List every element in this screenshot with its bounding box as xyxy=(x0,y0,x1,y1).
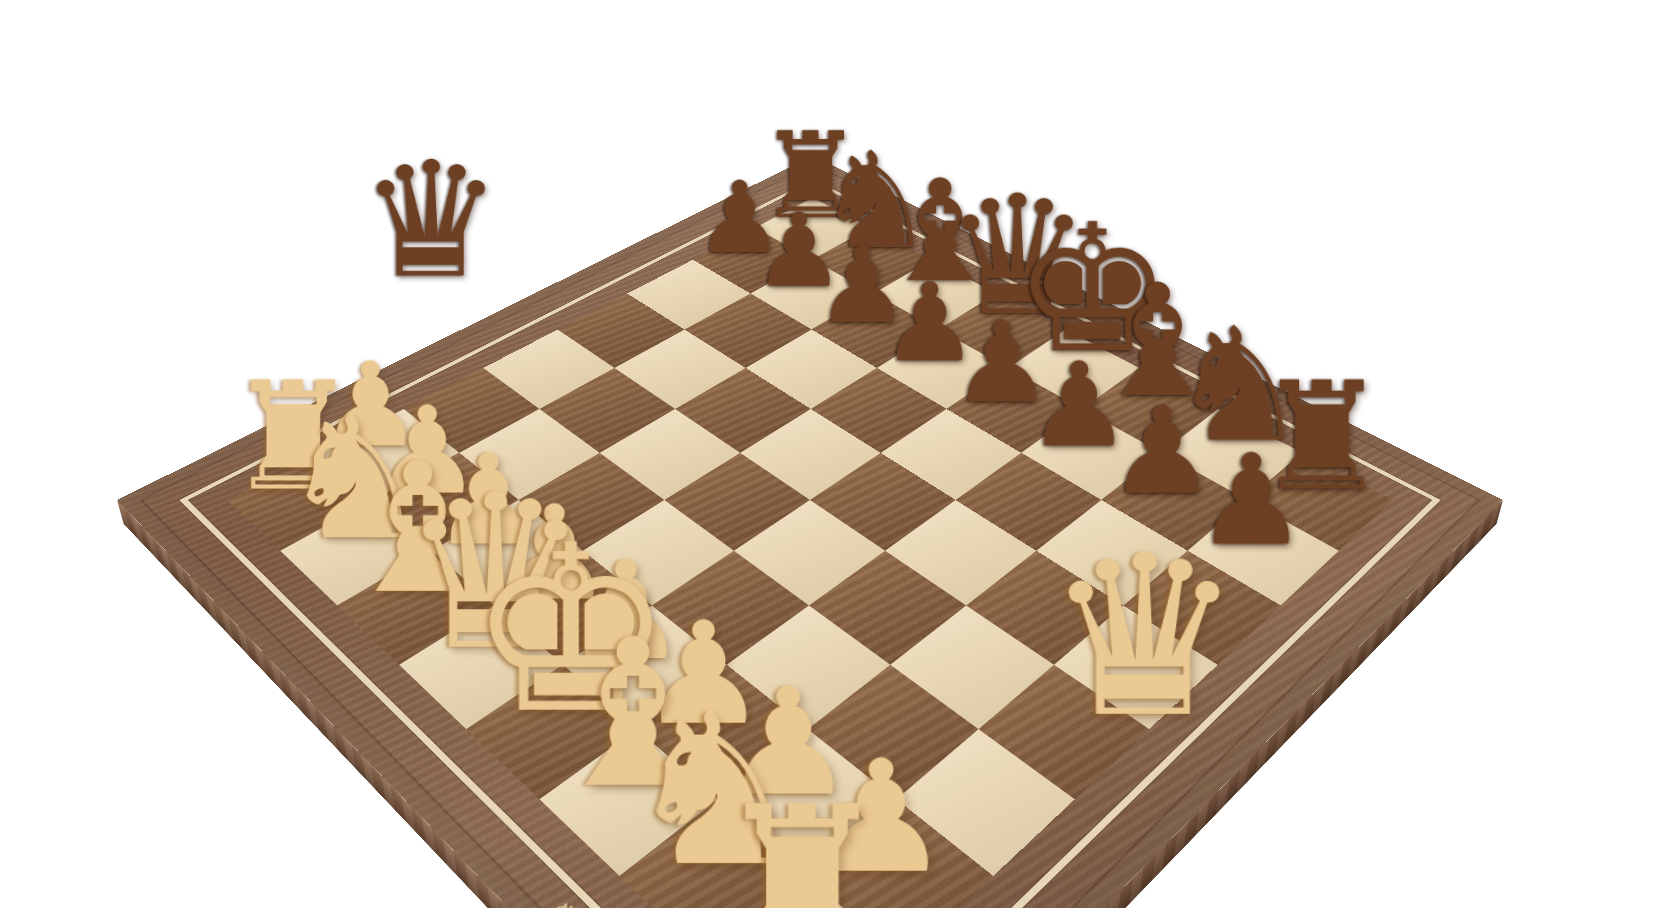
spare-black-queen: ♛ xyxy=(351,140,512,300)
chess-board: ♜♞♝♛♚♝♞♜♟♟♟♟♟♟♟♟♟♟♟♟♟♟♟♟♜♞♝♛♚♝♞♜ ♛ ♛ ♞ L… xyxy=(117,155,1503,908)
piece-white-rook: ♜ xyxy=(711,780,851,908)
board-frame: ♜♞♝♛♚♝♞♜♟♟♟♟♟♟♟♟♟♟♟♟♟♟♟♟♜♞♝♛♚♝♞♜ ♛ ♛ ♞ L… xyxy=(117,155,1503,908)
knight-rider-icon: ♞ xyxy=(530,891,590,908)
spare-white-queen: ♛ xyxy=(1032,525,1257,748)
square-h1: ♜ xyxy=(708,876,904,908)
scene: ♜♞♝♛♚♝♞♜♟♟♟♟♟♟♟♟♟♟♟♟♟♟♟♟♜♞♝♛♚♝♞♜ ♛ ♛ ♞ L… xyxy=(0,0,1679,908)
